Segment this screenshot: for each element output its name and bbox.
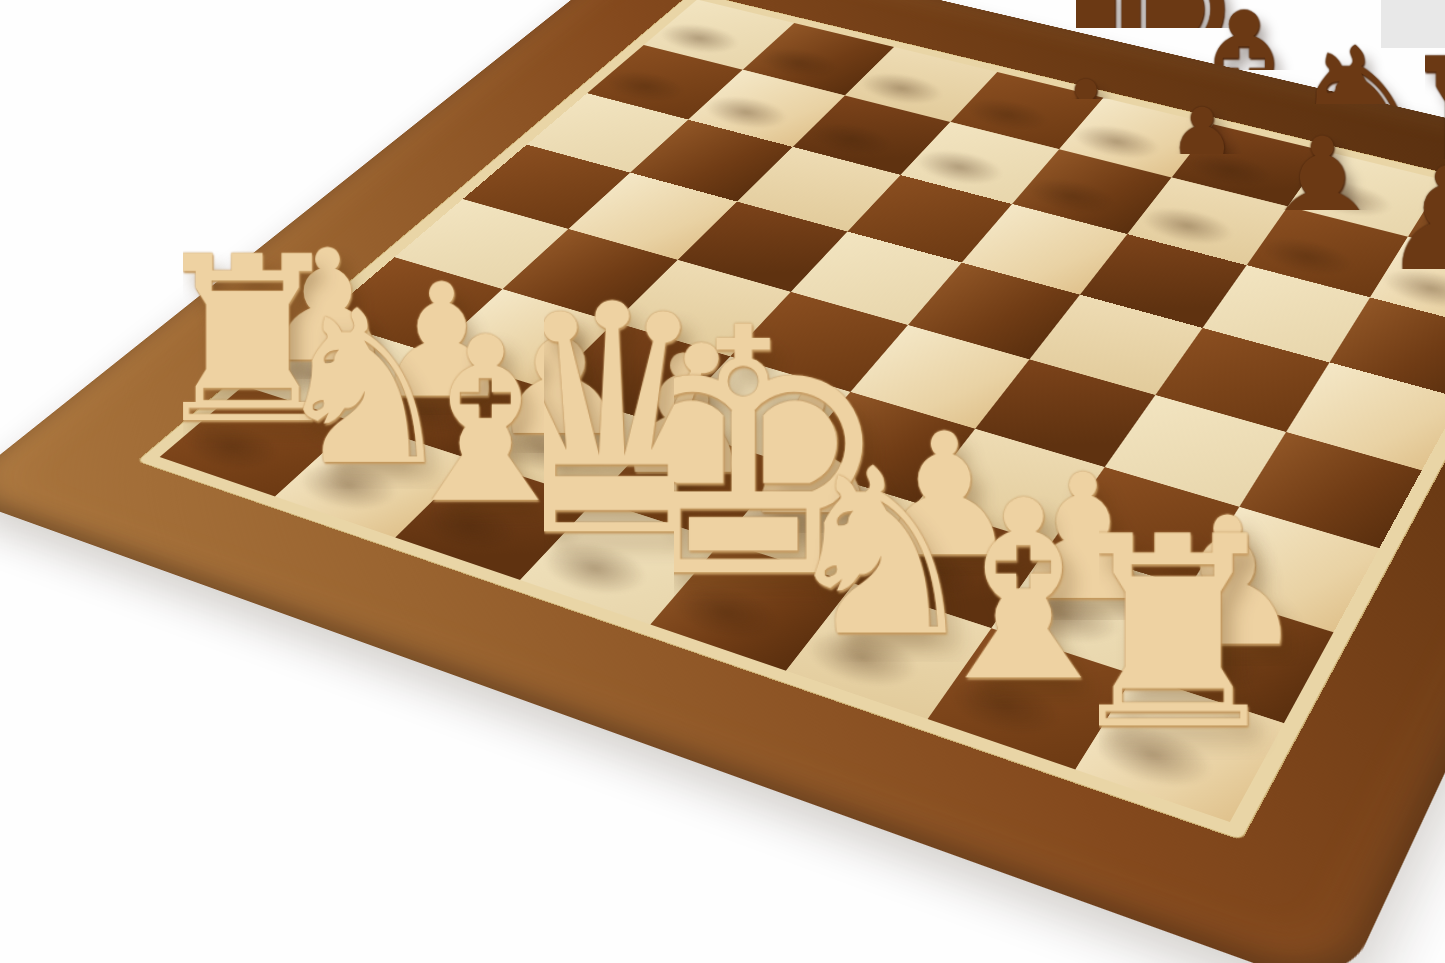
black-pawn-g7: ♟ [1264,0,1380,259]
photo-stage: Angled photograph of a wooden chess boar… [0,0,1445,963]
piece-shadow [1134,201,1240,251]
perspective-scene: ♜♞♝♛♚♝♞♜♟♟♟♟♟♟♟♟♟♟♟♟♟♟♟♟♜♞♝♛♚♞♝♜ [0,0,1445,963]
piece-shadow [660,576,790,649]
black-pawn-h7: ♟ [1388,0,1445,291]
black-bishop-f8: ♝ [1189,0,1299,172]
piece-shadow [1085,715,1222,798]
chess-board: ♜♞♝♛♚♝♞♜♟♟♟♟♟♟♟♟♟♟♟♟♟♟♟♟♜♞♝♛♚♞♝♜ [0,0,1445,963]
square-a2: ♟ [243,319,432,422]
piece-shadow [254,347,372,405]
piece-shadow [1000,580,1129,654]
piece-shadow [732,496,857,564]
black-king-e8: ♚ [1076,0,1184,144]
piece-shadow [1294,175,1398,223]
piece-shadow [171,416,293,479]
board-inlay-border: ♜♞♝♛♚♝♞♜♟♟♟♟♟♟♟♟♟♟♟♟♟♟♟♟♜♞♝♛♚♞♝♜ [138,0,1445,839]
black-knight-g8: ♞ [1305,0,1417,201]
black-queen-d8: ♛ [968,0,1075,117]
piece-shadow [1377,262,1445,315]
board-grid: ♜♞♝♛♚♝♞♜♟♟♟♟♟♟♟♟♟♟♟♟♟♟♟♟♜♞♝♛♚♞♝♜ [160,0,1445,822]
piece-shadow [796,620,929,697]
piece-shadow [937,666,1072,746]
piece-shadow [1178,147,1280,194]
